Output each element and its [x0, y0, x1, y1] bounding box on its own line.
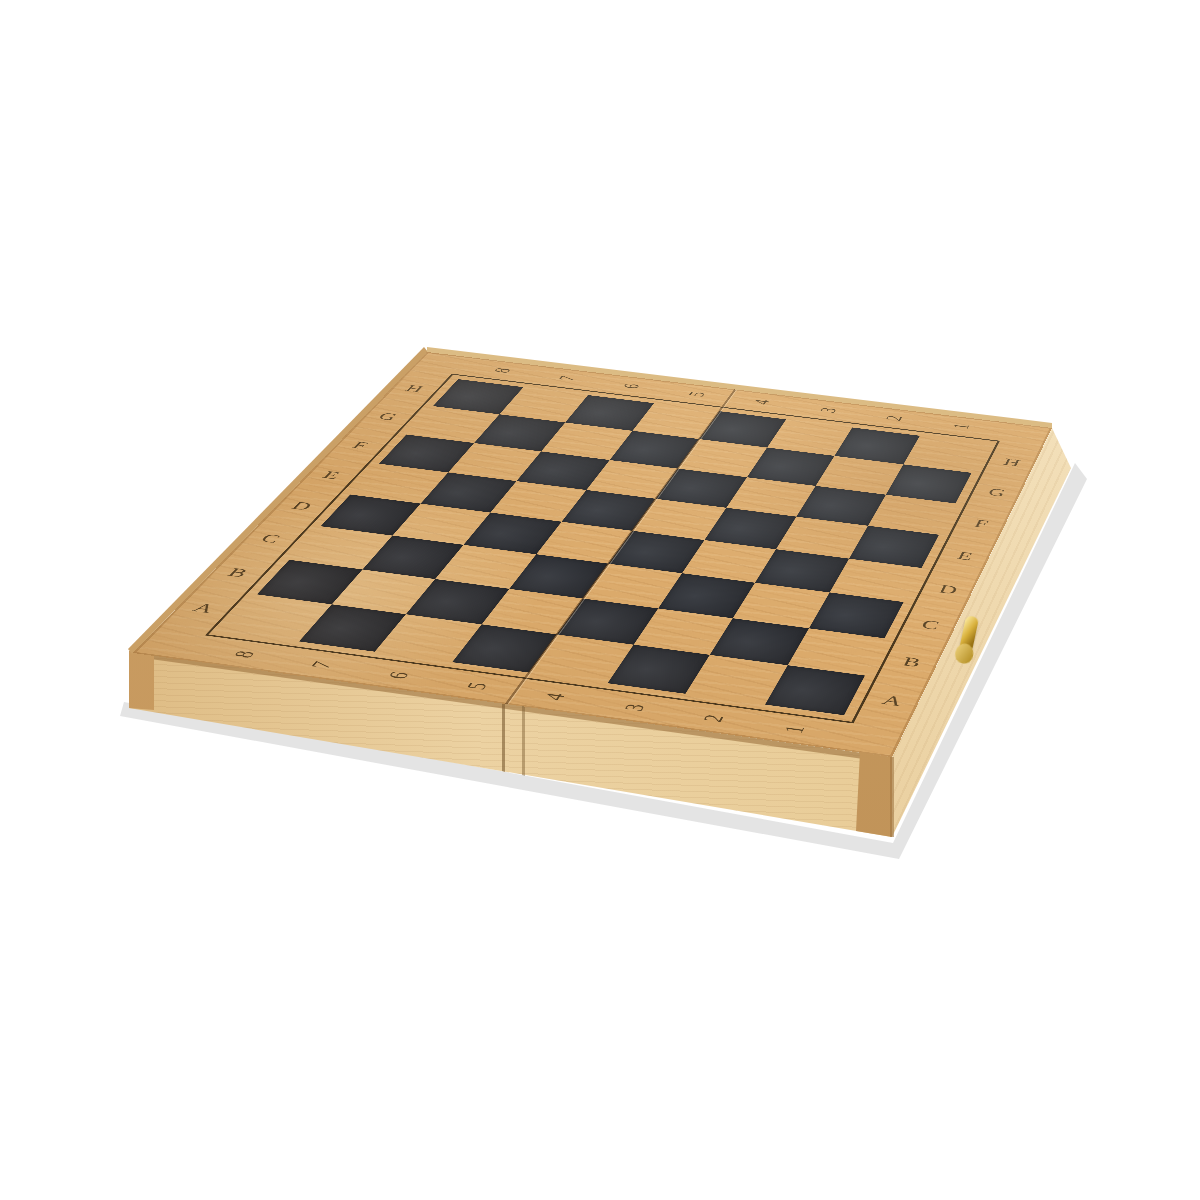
photo-canvas: ABCDEFGH ABCDEFGH 87654321 87654321	[0, 0, 1200, 1200]
